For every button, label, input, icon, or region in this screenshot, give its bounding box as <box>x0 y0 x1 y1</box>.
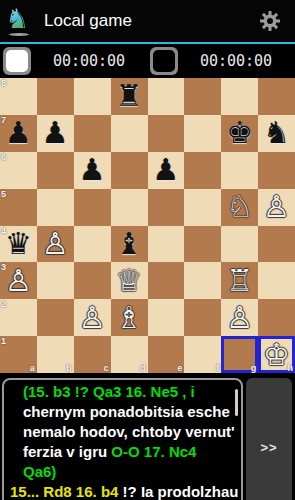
square-e4[interactable] <box>148 226 185 263</box>
square-f2[interactable] <box>184 299 221 336</box>
square-a5[interactable]: 5 <box>0 189 37 226</box>
analysis-segment: nemalo hodov, chtoby vernut' <box>23 423 235 440</box>
square-e6[interactable]: ♟ <box>148 152 185 189</box>
square-b4[interactable]: ♙ <box>37 226 74 263</box>
white-clock-time: 00:00:00 <box>31 52 147 70</box>
square-d2[interactable]: ♗ <box>111 299 148 336</box>
analysis-segment: chernym ponadobitsia esche <box>23 403 230 420</box>
square-d7[interactable] <box>111 115 148 152</box>
white-pawn-c2[interactable]: ♙ <box>74 299 111 336</box>
file-label-f: f <box>216 363 219 373</box>
square-c7[interactable] <box>74 115 111 152</box>
analysis-segment: 15... Rd8 16. b4 <box>10 483 118 500</box>
black-pawn-b7[interactable]: ♟ <box>37 115 74 152</box>
square-a3[interactable]: 3♙ <box>0 262 37 299</box>
square-f3[interactable] <box>184 262 221 299</box>
square-c8[interactable] <box>74 78 111 115</box>
square-g8[interactable] <box>221 78 258 115</box>
analysis-segment: !? Ia prodolzhau <box>118 483 238 500</box>
square-g2[interactable]: ♙ <box>221 299 258 336</box>
clock-bar: 00:00:00 00:00:00 <box>0 44 295 78</box>
white-king-h1[interactable]: ♔ <box>258 336 295 373</box>
file-label-c: c <box>104 363 109 373</box>
square-d8[interactable]: ♜ <box>111 78 148 115</box>
square-h8[interactable] <box>258 78 295 115</box>
page-title: Local game <box>44 11 258 31</box>
square-c2[interactable]: ♙ <box>74 299 111 336</box>
analysis-segment: ferzia v igru <box>23 443 111 460</box>
app-knight-icon: ♞ <box>5 4 35 38</box>
square-b8[interactable] <box>37 78 74 115</box>
square-e7[interactable] <box>148 115 185 152</box>
analysis-segment: (15. b3 !? Qa3 16. Ne5 , i <box>23 383 195 400</box>
white-queen-d3[interactable]: ♕ <box>111 262 148 299</box>
square-f7[interactable] <box>184 115 221 152</box>
square-a1[interactable]: 1a <box>0 336 37 373</box>
square-c1[interactable]: c <box>74 336 111 373</box>
square-c4[interactable] <box>74 226 111 263</box>
square-h7[interactable]: ♞ <box>258 115 295 152</box>
square-g1[interactable]: g <box>221 336 258 373</box>
square-f4[interactable] <box>184 226 221 263</box>
black-king-g7[interactable]: ♚ <box>221 115 258 152</box>
rank-label-2: 2 <box>1 299 6 309</box>
analysis-line-3: nemalo hodov, chtoby vernut' <box>10 422 237 442</box>
square-e5[interactable] <box>148 189 185 226</box>
white-knight-g5[interactable]: ♘ <box>221 189 258 226</box>
square-f8[interactable] <box>184 78 221 115</box>
square-a8[interactable]: 8 <box>0 78 37 115</box>
square-c3[interactable] <box>74 262 111 299</box>
square-h3[interactable] <box>258 262 295 299</box>
black-knight-h7[interactable]: ♞ <box>258 115 295 152</box>
square-b5[interactable] <box>37 189 74 226</box>
black-clock-time: 00:00:00 <box>178 52 294 70</box>
white-bishop-d2[interactable]: ♗ <box>111 299 148 336</box>
square-b1[interactable]: b <box>37 336 74 373</box>
square-b7[interactable]: ♟ <box>37 115 74 152</box>
analysis-line-5: Qa6) <box>10 462 237 482</box>
square-h4[interactable] <box>258 226 295 263</box>
file-label-e: e <box>177 363 182 373</box>
square-d1[interactable]: d <box>111 336 148 373</box>
square-g6[interactable] <box>221 152 258 189</box>
square-a6[interactable]: 6 <box>0 152 37 189</box>
square-g3[interactable]: ♖ <box>221 262 258 299</box>
square-e8[interactable] <box>148 78 185 115</box>
analysis-line-2: chernym ponadobitsia esche <box>10 402 237 422</box>
square-b2[interactable] <box>37 299 74 336</box>
analysis-segment: Qa6) <box>23 463 56 480</box>
white-pawn-b4[interactable]: ♙ <box>37 226 74 263</box>
black-pawn-e6[interactable]: ♟ <box>148 152 185 189</box>
square-a4[interactable]: 4♛ <box>0 226 37 263</box>
black-pawn-c6[interactable]: ♟ <box>74 152 111 189</box>
square-g5[interactable]: ♘ <box>221 189 258 226</box>
square-d4[interactable]: ♝ <box>111 226 148 263</box>
white-pawn-h5[interactable]: ♙ <box>258 189 295 226</box>
square-d3[interactable]: ♕ <box>111 262 148 299</box>
white-clock: 00:00:00 <box>0 47 147 75</box>
rank-label-8: 8 <box>1 78 6 88</box>
next-move-label: >> <box>260 440 277 455</box>
black-queen-a4[interactable]: ♛ <box>0 226 37 263</box>
file-label-d: d <box>140 363 146 373</box>
analysis-area: (15. b3 !? Qa3 16. Ne5 , ichernym ponado… <box>0 373 295 500</box>
square-a7[interactable]: 7♟ <box>0 115 37 152</box>
square-c6[interactable]: ♟ <box>74 152 111 189</box>
rank-label-1: 1 <box>1 336 6 346</box>
square-g7[interactable]: ♚ <box>221 115 258 152</box>
square-f6[interactable] <box>184 152 221 189</box>
chess-board[interactable]: 8♜7♟♟♚♞6♟♟5♘♙4♛♙♝3♙♕♖2♙♗♙1abcdefgh♔ <box>0 78 295 373</box>
black-clock: 00:00:00 <box>147 47 294 75</box>
rank-label-5: 5 <box>1 189 6 199</box>
square-h6[interactable] <box>258 152 295 189</box>
settings-gear-icon[interactable] <box>258 9 282 33</box>
white-pawn-a3[interactable]: ♙ <box>0 262 37 299</box>
white-rook-g3[interactable]: ♖ <box>221 262 258 299</box>
file-label-a: a <box>30 363 35 373</box>
square-h2[interactable] <box>258 299 295 336</box>
next-move-button[interactable]: >> <box>246 378 292 500</box>
move-annotation-text[interactable]: (15. b3 !? Qa3 16. Ne5 , ichernym ponado… <box>2 378 243 500</box>
white-pawn-g2[interactable]: ♙ <box>221 299 258 336</box>
white-player-icon[interactable] <box>3 47 31 75</box>
black-rook-d8[interactable]: ♜ <box>111 78 148 115</box>
square-f5[interactable] <box>184 189 221 226</box>
analysis-segment: O-O 17. Nc4 <box>111 443 196 460</box>
square-a2[interactable]: 2 <box>0 299 37 336</box>
square-b3[interactable] <box>37 262 74 299</box>
square-e2[interactable] <box>148 299 185 336</box>
square-d5[interactable] <box>111 189 148 226</box>
square-b6[interactable] <box>37 152 74 189</box>
black-pawn-a7[interactable]: ♟ <box>0 115 37 152</box>
square-d6[interactable] <box>111 152 148 189</box>
scrollbar-thumb[interactable] <box>235 389 238 416</box>
square-g4[interactable] <box>221 226 258 263</box>
analysis-line-6: 15... Rd8 16. b4 !? Ia prodolzhau <box>10 482 237 500</box>
rank-label-6: 6 <box>1 152 6 162</box>
square-h5[interactable]: ♙ <box>258 189 295 226</box>
square-e1[interactable]: e <box>148 336 185 373</box>
square-e3[interactable] <box>148 262 185 299</box>
file-label-b: b <box>66 363 72 373</box>
action-bar: ♞ Local game <box>0 0 295 42</box>
analysis-line-4: ferzia v igru O-O 17. Nc4 <box>10 442 237 462</box>
black-bishop-d4[interactable]: ♝ <box>111 226 148 263</box>
square-h1[interactable]: h♔ <box>258 336 295 373</box>
analysis-line-1: (15. b3 !? Qa3 16. Ne5 , i <box>10 382 237 402</box>
black-player-icon[interactable] <box>150 47 178 75</box>
square-f1[interactable]: f <box>184 336 221 373</box>
file-label-g: g <box>251 363 257 373</box>
square-c5[interactable] <box>74 189 111 226</box>
